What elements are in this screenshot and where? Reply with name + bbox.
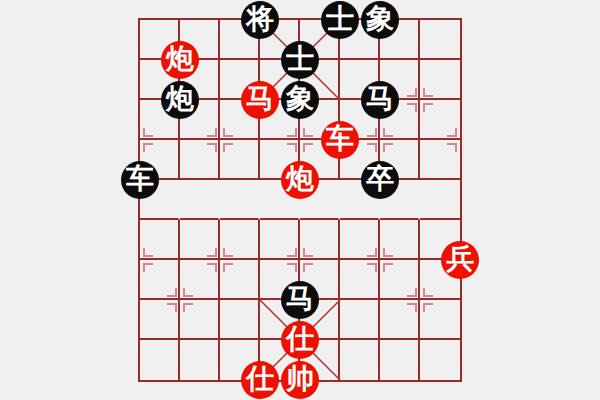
piece-glyph: 兵	[446, 245, 474, 273]
piece-glyph: 仕	[246, 365, 274, 393]
piece-black-general[interactable]: 将	[241, 1, 279, 39]
piece-glyph: 马	[246, 85, 274, 113]
piece-glyph: 车	[126, 165, 154, 193]
piece-black-advisor[interactable]: 士	[281, 41, 319, 79]
piece-glyph: 象	[366, 5, 394, 33]
xiangqi-board-stage: 将士象炮士炮马象马车车炮卒兵马仕仕帅	[0, 0, 600, 400]
piece-black-chariot[interactable]: 车	[121, 161, 159, 199]
piece-black-horse[interactable]: 马	[361, 81, 399, 119]
piece-red-cannon[interactable]: 炮	[161, 41, 199, 79]
piece-black-elephant[interactable]: 象	[361, 1, 399, 39]
piece-glyph: 帅	[286, 365, 314, 393]
piece-glyph: 马	[286, 285, 314, 313]
piece-red-chariot[interactable]: 车	[321, 121, 359, 159]
piece-black-horse[interactable]: 马	[281, 281, 319, 319]
piece-black-elephant[interactable]: 象	[281, 81, 319, 119]
pieces-layer: 将士象炮士炮马象马车车炮卒兵马仕仕帅	[0, 0, 600, 400]
piece-red-cannon[interactable]: 炮	[281, 161, 319, 199]
piece-black-advisor[interactable]: 士	[321, 1, 359, 39]
piece-glyph: 炮	[166, 85, 194, 113]
piece-red-advisor[interactable]: 仕	[281, 321, 319, 359]
piece-red-advisor[interactable]: 仕	[241, 361, 279, 399]
piece-glyph: 炮	[286, 165, 314, 193]
piece-glyph: 马	[366, 85, 394, 113]
piece-black-soldier[interactable]: 卒	[361, 161, 399, 199]
piece-red-soldier[interactable]: 兵	[441, 241, 479, 279]
piece-glyph: 象	[286, 85, 314, 113]
piece-glyph: 将	[246, 5, 274, 33]
piece-glyph: 炮	[166, 45, 194, 73]
piece-red-general[interactable]: 帅	[281, 361, 319, 399]
piece-black-cannon[interactable]: 炮	[161, 81, 199, 119]
piece-glyph: 仕	[286, 325, 314, 353]
piece-glyph: 士	[286, 45, 314, 73]
piece-glyph: 卒	[366, 165, 394, 193]
piece-glyph: 士	[326, 5, 354, 33]
piece-glyph: 车	[326, 125, 354, 153]
piece-red-horse[interactable]: 马	[241, 81, 279, 119]
